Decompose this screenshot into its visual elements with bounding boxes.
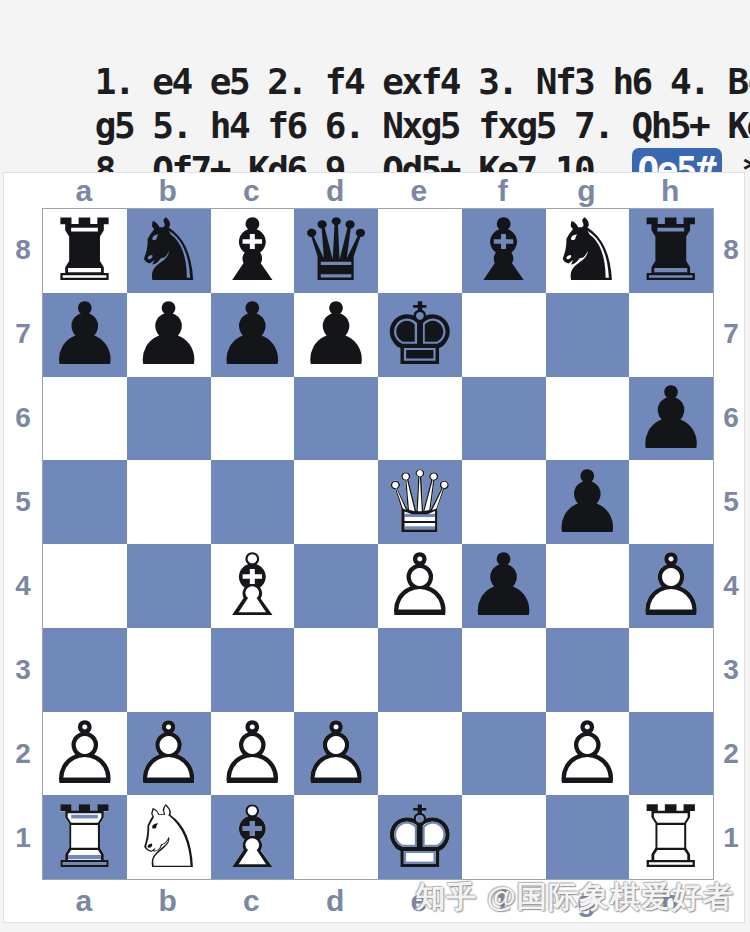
square-h4[interactable]: ♟♙ [629, 544, 713, 628]
white-pawn-piece: ♟♙ [378, 544, 462, 628]
square-f3[interactable] [462, 628, 546, 712]
square-d7[interactable]: ♟ [294, 293, 378, 377]
white-bishop-piece: ♝♗ [211, 544, 295, 628]
white-pawn-piece: ♟♙ [546, 712, 630, 796]
rank-label-7: 7 [712, 292, 750, 376]
rank-label-1: 1 [4, 796, 42, 880]
black-king-piece: ♚ [378, 293, 462, 377]
square-d8[interactable]: ♛ [294, 209, 378, 293]
square-f7[interactable] [462, 293, 546, 377]
square-h7[interactable] [629, 293, 713, 377]
square-b4[interactable] [127, 544, 211, 628]
square-c6[interactable] [211, 377, 295, 461]
move-line-1: 1. e4 e5 2. f4 exf4 3. Nf3 h6 4. Bc4 [18, 16, 734, 60]
black-pawn-piece: ♟ [629, 377, 713, 461]
black-knight-piece: ♞ [127, 209, 211, 293]
square-g2[interactable]: ♟♙ [546, 712, 630, 796]
file-label-e: e [377, 173, 461, 208]
rank-label-3: 3 [4, 628, 42, 712]
square-b8[interactable]: ♞ [127, 209, 211, 293]
black-pawn-piece: ♟ [546, 460, 630, 544]
black-bishop-piece: ♝ [211, 209, 295, 293]
board-section: abcdefgh 87654321 ♜♞♝♛♝♞♜♟♟♟♟♚♟♛♕♟♝♗♟♙♟♟… [3, 172, 745, 923]
square-e6[interactable] [378, 377, 462, 461]
white-pawn-piece: ♟♙ [211, 712, 295, 796]
white-pawn-piece: ♟♙ [629, 544, 713, 628]
white-bishop-piece: ♝♗ [211, 795, 295, 879]
black-rook-piece: ♜ [629, 209, 713, 293]
square-e1[interactable]: ♚♔ [378, 795, 462, 879]
white-pawn-piece: ♟♙ [294, 712, 378, 796]
square-f8[interactable]: ♝ [462, 209, 546, 293]
corner-bottom-left [4, 880, 42, 922]
square-h1[interactable]: ♜♖ [629, 795, 713, 879]
square-a3[interactable] [43, 628, 127, 712]
square-h5[interactable] [629, 460, 713, 544]
black-bishop-piece: ♝ [462, 209, 546, 293]
square-c8[interactable]: ♝ [211, 209, 295, 293]
square-d5[interactable] [294, 460, 378, 544]
square-f6[interactable] [462, 377, 546, 461]
square-d4[interactable] [294, 544, 378, 628]
board-layout: abcdefgh 87654321 ♜♞♝♛♝♞♜♟♟♟♟♚♟♛♕♟♝♗♟♙♟♟… [4, 173, 744, 922]
white-pawn-piece: ♟♙ [127, 712, 211, 796]
watermark: 知乎 @国际象棋爱好者 [415, 877, 734, 918]
square-g6[interactable] [546, 377, 630, 461]
square-g1[interactable] [546, 795, 630, 879]
square-e3[interactable] [378, 628, 462, 712]
square-f1[interactable] [462, 795, 546, 879]
square-e8[interactable] [378, 209, 462, 293]
square-g4[interactable] [546, 544, 630, 628]
square-c2[interactable]: ♟♙ [211, 712, 295, 796]
move-list: 1. e4 e5 2. f4 exf4 3. Nf3 h6 4. Bc4 g5 … [0, 0, 750, 156]
square-b7[interactable]: ♟ [127, 293, 211, 377]
square-g5[interactable]: ♟ [546, 460, 630, 544]
square-h3[interactable] [629, 628, 713, 712]
square-e5[interactable]: ♛♕ [378, 460, 462, 544]
move-text: g5 5. h4 f6 6. Nxg5 fxg5 7. Qh5+ Ke7 [95, 105, 750, 146]
file-label-d: d [293, 880, 377, 922]
square-d6[interactable] [294, 377, 378, 461]
square-a4[interactable] [43, 544, 127, 628]
rank-label-4: 4 [4, 544, 42, 628]
rank-label-2: 2 [712, 712, 750, 796]
square-f5[interactable] [462, 460, 546, 544]
black-pawn-piece: ♟ [294, 293, 378, 377]
white-pawn-piece: ♟♙ [43, 712, 127, 796]
square-b1[interactable]: ♞♘ [127, 795, 211, 879]
square-b3[interactable] [127, 628, 211, 712]
white-rook-piece: ♜♖ [43, 795, 127, 879]
square-b5[interactable] [127, 460, 211, 544]
square-f2[interactable] [462, 712, 546, 796]
chess-board: ♜♞♝♛♝♞♜♟♟♟♟♚♟♛♕♟♝♗♟♙♟♟♙♟♙♟♙♟♙♟♙♟♙♜♖♞♘♝♗♚… [42, 208, 714, 880]
rank-label-6: 6 [712, 376, 750, 460]
rank-labels-left: 87654321 [4, 208, 42, 880]
square-e2[interactable] [378, 712, 462, 796]
black-pawn-piece: ♟ [43, 293, 127, 377]
rank-label-5: 5 [712, 460, 750, 544]
black-queen-piece: ♛ [294, 209, 378, 293]
rank-labels-right: 87654321 [712, 208, 750, 880]
square-d1[interactable] [294, 795, 378, 879]
white-knight-piece: ♞♘ [127, 795, 211, 879]
rank-label-8: 8 [4, 208, 42, 292]
white-queen-piece: ♛♕ [378, 460, 462, 544]
square-c5[interactable] [211, 460, 295, 544]
rank-label-3: 3 [712, 628, 750, 712]
rank-label-5: 5 [4, 460, 42, 544]
square-e4[interactable]: ♟♙ [378, 544, 462, 628]
square-e7[interactable]: ♚ [378, 293, 462, 377]
square-a6[interactable] [43, 377, 127, 461]
black-pawn-piece: ♟ [462, 544, 546, 628]
black-pawn-piece: ♟ [127, 293, 211, 377]
rank-label-1: 1 [712, 796, 750, 880]
square-h2[interactable] [629, 712, 713, 796]
move-text: 1. e4 e5 2. f4 exf4 3. Nf3 h6 4. Bc4 [95, 61, 750, 102]
square-g8[interactable]: ♞ [546, 209, 630, 293]
rank-label-4: 4 [712, 544, 750, 628]
corner-top-right [712, 173, 750, 208]
square-c1[interactable]: ♝♗ [211, 795, 295, 879]
white-king-piece: ♚♔ [378, 795, 462, 879]
rank-label-2: 2 [4, 712, 42, 796]
square-d3[interactable] [294, 628, 378, 712]
square-h8[interactable]: ♜ [629, 209, 713, 293]
square-a1[interactable]: ♜♖ [43, 795, 127, 879]
square-a5[interactable] [43, 460, 127, 544]
rank-label-7: 7 [4, 292, 42, 376]
square-g7[interactable] [546, 293, 630, 377]
square-b6[interactable] [127, 377, 211, 461]
square-c4[interactable]: ♝♗ [211, 544, 295, 628]
black-knight-piece: ♞ [546, 209, 630, 293]
square-h6[interactable]: ♟ [629, 377, 713, 461]
square-d2[interactable]: ♟♙ [294, 712, 378, 796]
black-pawn-piece: ♟ [211, 293, 295, 377]
rank-label-8: 8 [712, 208, 750, 292]
square-a8[interactable]: ♜ [43, 209, 127, 293]
square-c7[interactable]: ♟ [211, 293, 295, 377]
square-a7[interactable]: ♟ [43, 293, 127, 377]
white-rook-piece: ♜♖ [629, 795, 713, 879]
black-rook-piece: ♜ [43, 209, 127, 293]
square-a2[interactable]: ♟♙ [43, 712, 127, 796]
square-g3[interactable] [546, 628, 630, 712]
square-f4[interactable]: ♟ [462, 544, 546, 628]
square-b2[interactable]: ♟♙ [127, 712, 211, 796]
corner-top-left [4, 173, 42, 208]
square-c3[interactable] [211, 628, 295, 712]
rank-label-6: 6 [4, 376, 42, 460]
